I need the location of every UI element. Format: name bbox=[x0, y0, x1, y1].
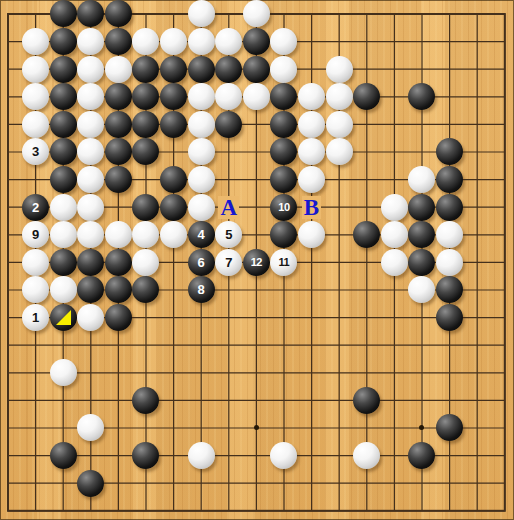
stone-white: 9 bbox=[22, 221, 49, 248]
stone-white bbox=[188, 442, 215, 469]
stone-white bbox=[77, 221, 104, 248]
stone-white bbox=[215, 28, 242, 55]
stone-black bbox=[436, 276, 463, 303]
stone-black bbox=[243, 28, 270, 55]
move-number: 2 bbox=[32, 201, 39, 214]
stone-white: 1 bbox=[22, 304, 49, 331]
stone-black bbox=[132, 194, 159, 221]
stone-black: 10 bbox=[270, 194, 297, 221]
stone-black bbox=[132, 387, 159, 414]
stone-black bbox=[160, 83, 187, 110]
stone-white bbox=[77, 28, 104, 55]
stone-white bbox=[22, 56, 49, 83]
move-number: 3 bbox=[32, 145, 39, 158]
stone-white bbox=[270, 28, 297, 55]
stone-black bbox=[270, 83, 297, 110]
stone-black bbox=[160, 166, 187, 193]
move-number: 1 bbox=[32, 311, 39, 324]
stone-black: 4 bbox=[188, 221, 215, 248]
stone-black bbox=[270, 221, 297, 248]
stone-white bbox=[381, 249, 408, 276]
stone-white bbox=[50, 221, 77, 248]
stone-black bbox=[77, 470, 104, 497]
stone-white bbox=[298, 111, 325, 138]
stone-white bbox=[22, 276, 49, 303]
stone-black bbox=[188, 56, 215, 83]
stone-black bbox=[105, 138, 132, 165]
stone-black bbox=[50, 83, 77, 110]
stone-black bbox=[132, 56, 159, 83]
stone-white bbox=[77, 304, 104, 331]
stone-white bbox=[188, 83, 215, 110]
stone-black bbox=[50, 111, 77, 138]
stone-black bbox=[215, 111, 242, 138]
stone-black bbox=[436, 166, 463, 193]
stone-white bbox=[160, 221, 187, 248]
stone-black bbox=[215, 56, 242, 83]
stone-white bbox=[326, 138, 353, 165]
stone-white: 5 bbox=[215, 221, 242, 248]
stone-black: 8 bbox=[188, 276, 215, 303]
stone-white bbox=[77, 194, 104, 221]
stone-black bbox=[77, 0, 104, 27]
stone-white bbox=[132, 28, 159, 55]
move-number: 12 bbox=[251, 257, 262, 268]
stone-black bbox=[270, 138, 297, 165]
go-board[interactable]: 321094567121181AB bbox=[0, 0, 514, 520]
stone-white bbox=[326, 111, 353, 138]
stone-black bbox=[270, 166, 297, 193]
stone-white bbox=[77, 56, 104, 83]
board-cells: 321094567121181AB bbox=[0, 0, 514, 520]
stone-black bbox=[50, 249, 77, 276]
move-number: 6 bbox=[198, 256, 205, 269]
stone-white bbox=[50, 194, 77, 221]
stone-black bbox=[50, 56, 77, 83]
stone-black bbox=[436, 138, 463, 165]
stone-white bbox=[50, 276, 77, 303]
stone-black bbox=[132, 138, 159, 165]
stone-black bbox=[408, 83, 435, 110]
stone-white bbox=[77, 111, 104, 138]
stone-black: 6 bbox=[188, 249, 215, 276]
stone-white bbox=[132, 249, 159, 276]
move-number: 11 bbox=[279, 257, 290, 268]
stone-black bbox=[132, 442, 159, 469]
stone-black bbox=[132, 276, 159, 303]
stone-white bbox=[353, 442, 380, 469]
stone-white bbox=[270, 56, 297, 83]
move-number: 7 bbox=[225, 256, 232, 269]
stone-white bbox=[298, 166, 325, 193]
stone-white bbox=[298, 221, 325, 248]
stone-black bbox=[50, 0, 77, 27]
stone-black bbox=[105, 249, 132, 276]
move-number: 10 bbox=[278, 202, 289, 213]
stone-black bbox=[160, 56, 187, 83]
stone-black bbox=[50, 304, 77, 331]
stone-white bbox=[326, 56, 353, 83]
stone-black bbox=[50, 166, 77, 193]
stone-white bbox=[243, 83, 270, 110]
stone-white bbox=[408, 276, 435, 303]
stone-black bbox=[105, 276, 132, 303]
stone-black bbox=[50, 28, 77, 55]
stone-black: 2 bbox=[22, 194, 49, 221]
stone-black bbox=[160, 111, 187, 138]
stone-white bbox=[243, 0, 270, 27]
stone-black bbox=[132, 111, 159, 138]
move-number: 9 bbox=[32, 228, 39, 241]
stone-white bbox=[188, 138, 215, 165]
stone-black bbox=[353, 387, 380, 414]
stone-white bbox=[270, 442, 297, 469]
stone-white bbox=[298, 83, 325, 110]
stone-white bbox=[77, 83, 104, 110]
stone-black bbox=[105, 166, 132, 193]
move-number: 5 bbox=[225, 228, 232, 241]
stone-black bbox=[243, 56, 270, 83]
stone-white bbox=[436, 221, 463, 248]
triangle-marker bbox=[56, 310, 71, 325]
stone-white bbox=[298, 138, 325, 165]
stone-white bbox=[132, 221, 159, 248]
stone-white bbox=[381, 221, 408, 248]
label-B[interactable]: B bbox=[302, 196, 321, 219]
stone-white bbox=[381, 194, 408, 221]
stone-white bbox=[188, 0, 215, 27]
stone-white bbox=[77, 138, 104, 165]
stone-white bbox=[436, 249, 463, 276]
stone-black bbox=[50, 442, 77, 469]
stone-black bbox=[105, 83, 132, 110]
stone-black bbox=[408, 442, 435, 469]
stone-black bbox=[436, 304, 463, 331]
stone-white bbox=[22, 83, 49, 110]
stone-white bbox=[105, 221, 132, 248]
stone-white bbox=[105, 56, 132, 83]
star-point bbox=[419, 425, 424, 430]
stone-white bbox=[188, 166, 215, 193]
stone-white bbox=[50, 359, 77, 386]
stone-white bbox=[160, 28, 187, 55]
stone-white bbox=[22, 111, 49, 138]
stone-white: 3 bbox=[22, 138, 49, 165]
stone-black bbox=[353, 83, 380, 110]
stone-white bbox=[188, 111, 215, 138]
stone-white bbox=[22, 249, 49, 276]
stone-black bbox=[105, 304, 132, 331]
stone-white: 11 bbox=[270, 249, 297, 276]
stone-black bbox=[408, 249, 435, 276]
stone-white: 7 bbox=[215, 249, 242, 276]
stone-black bbox=[77, 249, 104, 276]
stone-black bbox=[50, 138, 77, 165]
stone-black bbox=[77, 276, 104, 303]
stone-white bbox=[77, 166, 104, 193]
stone-white bbox=[215, 83, 242, 110]
stone-white bbox=[77, 414, 104, 441]
star-point bbox=[254, 425, 259, 430]
stone-black bbox=[105, 28, 132, 55]
stone-black bbox=[408, 221, 435, 248]
stone-black bbox=[408, 194, 435, 221]
stone-white bbox=[22, 28, 49, 55]
stone-black: 12 bbox=[243, 249, 270, 276]
stone-black bbox=[270, 111, 297, 138]
stone-white bbox=[326, 83, 353, 110]
label-A[interactable]: A bbox=[218, 196, 239, 219]
stone-black bbox=[353, 221, 380, 248]
stone-white bbox=[408, 166, 435, 193]
stone-black bbox=[105, 111, 132, 138]
move-number: 4 bbox=[198, 228, 205, 241]
stone-white bbox=[188, 194, 215, 221]
stone-black bbox=[436, 194, 463, 221]
stone-black bbox=[436, 414, 463, 441]
stone-black bbox=[132, 83, 159, 110]
stone-white bbox=[188, 28, 215, 55]
move-number: 8 bbox=[198, 283, 205, 296]
stone-black bbox=[105, 0, 132, 27]
stone-black bbox=[160, 194, 187, 221]
